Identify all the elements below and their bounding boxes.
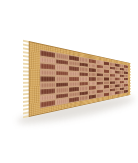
square-r6c4-dark [89,86,96,90]
square-r3c2-light [69,72,79,76]
square-r6c3-light [80,87,89,91]
square-r3c6-light [104,74,110,77]
square-r3c10-light [124,75,128,77]
square-r3c3-dark [80,72,89,76]
square-r4c5-light [97,77,103,80]
square-r8c2-dark [69,97,79,102]
square-r3c1-dark [56,71,68,76]
square-r5c3-dark [80,82,89,86]
square-r8c5-light [97,94,103,98]
square-r1c1-dark [56,59,68,65]
square-r6c2-dark [69,87,79,92]
square-r2c5-light [97,69,103,73]
square-r3c5-dark [97,73,103,76]
square-r2c7-light [110,70,115,73]
square-r1c3-dark [80,62,89,67]
square-r5c2-light [69,82,79,86]
square-r1c8-light [115,67,119,70]
square-r5c4-light [89,82,96,86]
square-r8c4-dark [89,95,96,99]
fringe-right [130,63,131,95]
square-r5c7-dark [110,81,115,84]
square-r2c0-dark [40,64,54,70]
square-r2c1-light [56,65,68,70]
square-r2c3-light [80,67,89,71]
square-r6c1-light [56,88,68,93]
square-r1c7-dark [110,66,115,69]
square-r4c8-dark [115,78,119,81]
square-r1c5-dark [97,65,103,69]
square-r4c7-light [110,78,115,81]
square-r2c4-dark [89,68,96,72]
square-r5c8-light [115,81,119,84]
square-r5c6-light [104,81,110,84]
square-r3c0-light [40,70,54,75]
square-r8c10-dark [124,90,128,93]
product-photo-scene [0,0,138,163]
square-r3c8-light [115,74,119,77]
square-r5c0-light [40,83,54,88]
square-r1c4-light [89,63,96,67]
square-r8c0-dark [40,101,54,108]
square-r8c6-dark [104,93,110,97]
square-r8c1-light [56,99,68,105]
square-r8c3-light [80,96,89,101]
square-r2c8-dark [115,71,119,74]
square-r6c0-dark [40,89,54,95]
square-r2c10-dark [124,71,128,74]
square-r1c0-light [40,57,54,63]
square-r4c6-dark [104,78,110,81]
square-r6c5-light [97,86,103,90]
square-r8c8-dark [115,91,119,94]
square-r4c1-light [56,77,68,81]
square-r4c3-light [80,77,89,81]
square-r5c5-dark [97,82,103,85]
square-r2c2-dark [69,66,79,71]
square-r3c7-dark [110,74,115,77]
square-r4c4-dark [89,77,96,80]
square-r1c6-light [104,65,110,69]
square-r4c2-dark [69,77,79,81]
square-r5c1-dark [56,82,68,87]
square-r1c2-light [69,61,79,66]
square-r3c4-light [89,73,96,77]
square-r8c7-light [110,92,115,95]
square-r4c10-dark [124,78,128,80]
square-r4c0-dark [40,77,54,82]
square-r2c6-dark [104,70,110,73]
